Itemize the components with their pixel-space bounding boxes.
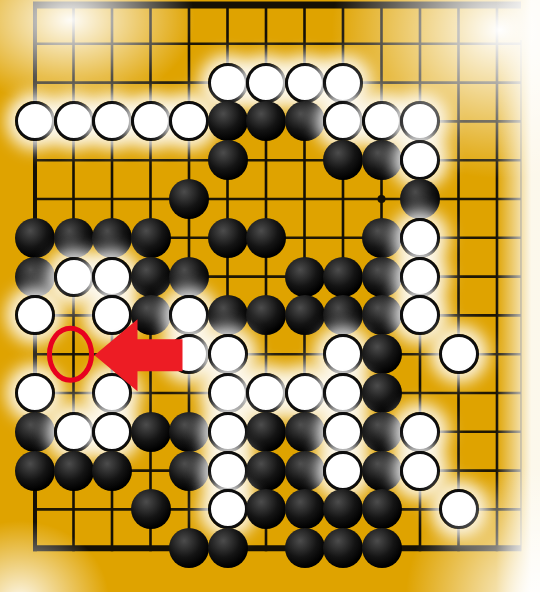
board-grid	[0, 0, 540, 592]
go-board[interactable]	[0, 0, 540, 592]
go-problem-diagram	[0, 0, 540, 592]
star-point	[378, 195, 386, 203]
